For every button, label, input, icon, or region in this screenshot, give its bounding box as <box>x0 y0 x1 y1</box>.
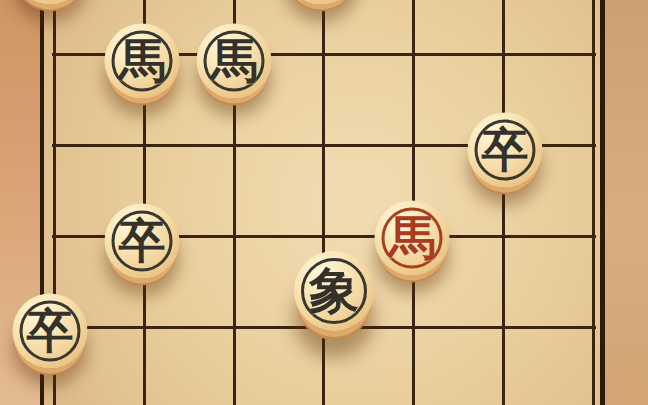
grid-file-line-7 <box>592 0 595 405</box>
piece-black-horse[interactable]: 馬 <box>197 24 272 99</box>
grid-file-line-6 <box>502 0 505 405</box>
piece-glyph: 馬 <box>389 215 436 262</box>
piece-black-soldier[interactable]: 卒 <box>105 204 180 279</box>
piece-black-soldier[interactable]: 卒 <box>13 294 88 369</box>
piece-black-horse[interactable]: 馬 <box>105 24 180 99</box>
piece-black-elephant[interactable]: 象 <box>294 251 374 331</box>
piece-glyph: 象 <box>309 266 359 316</box>
board-right-border-line <box>600 0 605 405</box>
piece-red-horse[interactable]: 馬 <box>375 201 450 276</box>
piece-glyph: 馬 <box>211 38 258 85</box>
piece-glyph: 卒 <box>27 308 74 355</box>
piece-glyph: 卒 <box>482 127 529 174</box>
piece-glyph: 卒 <box>119 218 166 265</box>
piece-black-soldier[interactable]: 卒 <box>468 113 543 188</box>
board-right-wood-margin <box>605 0 648 405</box>
piece-glyph: 馬 <box>119 38 166 85</box>
grid-file-line-4 <box>322 0 325 405</box>
piece-cutoff-unknown[interactable] <box>284 0 359 5</box>
xiangqi-board[interactable]: 馬馬卒卒馬卒象 <box>0 0 648 405</box>
